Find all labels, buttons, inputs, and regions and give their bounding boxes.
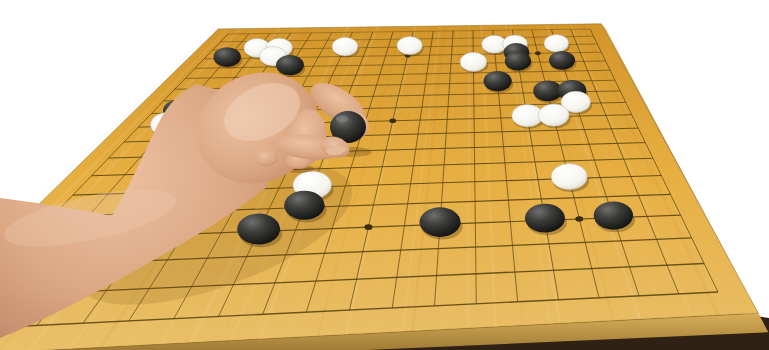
- white-stone[interactable]: [538, 104, 569, 126]
- black-stone[interactable]: [213, 47, 240, 67]
- black-stone[interactable]: [505, 52, 531, 71]
- white-stone[interactable]: [551, 164, 587, 190]
- white-stone[interactable]: [332, 37, 358, 56]
- white-stone[interactable]: [397, 36, 423, 54]
- held-stone-highlight: [336, 116, 348, 123]
- white-stone[interactable]: [544, 34, 569, 52]
- black-stone[interactable]: [483, 71, 511, 91]
- white-stone[interactable]: [460, 52, 487, 71]
- go-photo-scene: [0, 0, 769, 350]
- finger-tip: [254, 150, 278, 166]
- black-stone[interactable]: [420, 207, 461, 237]
- black-stone[interactable]: [549, 51, 575, 70]
- black-stone[interactable]: [284, 191, 324, 220]
- go-board-photo: [0, 0, 769, 350]
- black-stone[interactable]: [237, 214, 280, 245]
- black-stone[interactable]: [276, 55, 304, 75]
- black-stone[interactable]: [525, 204, 565, 233]
- black-stone[interactable]: [594, 201, 633, 229]
